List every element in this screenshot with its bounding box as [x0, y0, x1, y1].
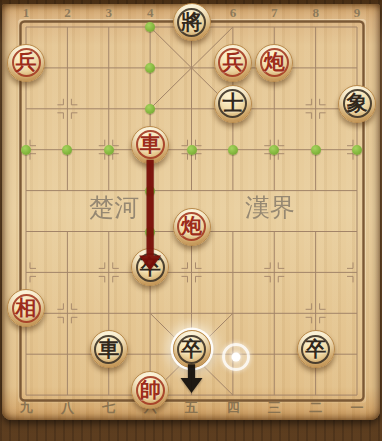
black-move-arrow: [181, 364, 203, 393]
red-move-arrow: [139, 160, 161, 271]
xiangqi-board: 123456789九八七六五四三二一 楚河 漢界 將兵兵炮士象車炮卒相車卒卒帥: [0, 0, 382, 441]
move-arrows: [0, 0, 382, 441]
